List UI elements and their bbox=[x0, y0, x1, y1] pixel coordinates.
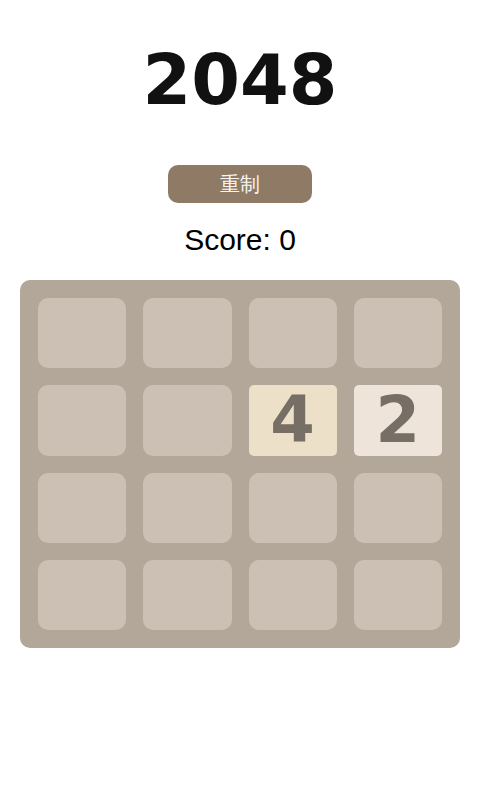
score-display: Score: 0 bbox=[0, 222, 480, 258]
cell-r2c2 bbox=[143, 385, 231, 455]
tile-2: 2 bbox=[354, 385, 442, 455]
cell-r1c1 bbox=[38, 298, 126, 368]
cell-r2c3: 4 bbox=[249, 385, 337, 455]
cell-r3c1 bbox=[38, 473, 126, 543]
cell-r1c3 bbox=[249, 298, 337, 368]
cell-r3c2 bbox=[143, 473, 231, 543]
cell-r1c2 bbox=[143, 298, 231, 368]
page-title: 2048 bbox=[0, 40, 480, 120]
game-board[interactable]: 4 2 bbox=[20, 280, 460, 648]
cell-r4c1 bbox=[38, 560, 126, 630]
cell-r3c3 bbox=[249, 473, 337, 543]
cell-r2c1 bbox=[38, 385, 126, 455]
cell-r4c4 bbox=[354, 560, 442, 630]
cell-r1c4 bbox=[354, 298, 442, 368]
cell-r3c4 bbox=[354, 473, 442, 543]
cell-r4c2 bbox=[143, 560, 231, 630]
reset-button[interactable]: 重制 bbox=[168, 165, 312, 203]
cell-r2c4: 2 bbox=[354, 385, 442, 455]
tile-4: 4 bbox=[249, 385, 337, 455]
cell-r4c3 bbox=[249, 560, 337, 630]
